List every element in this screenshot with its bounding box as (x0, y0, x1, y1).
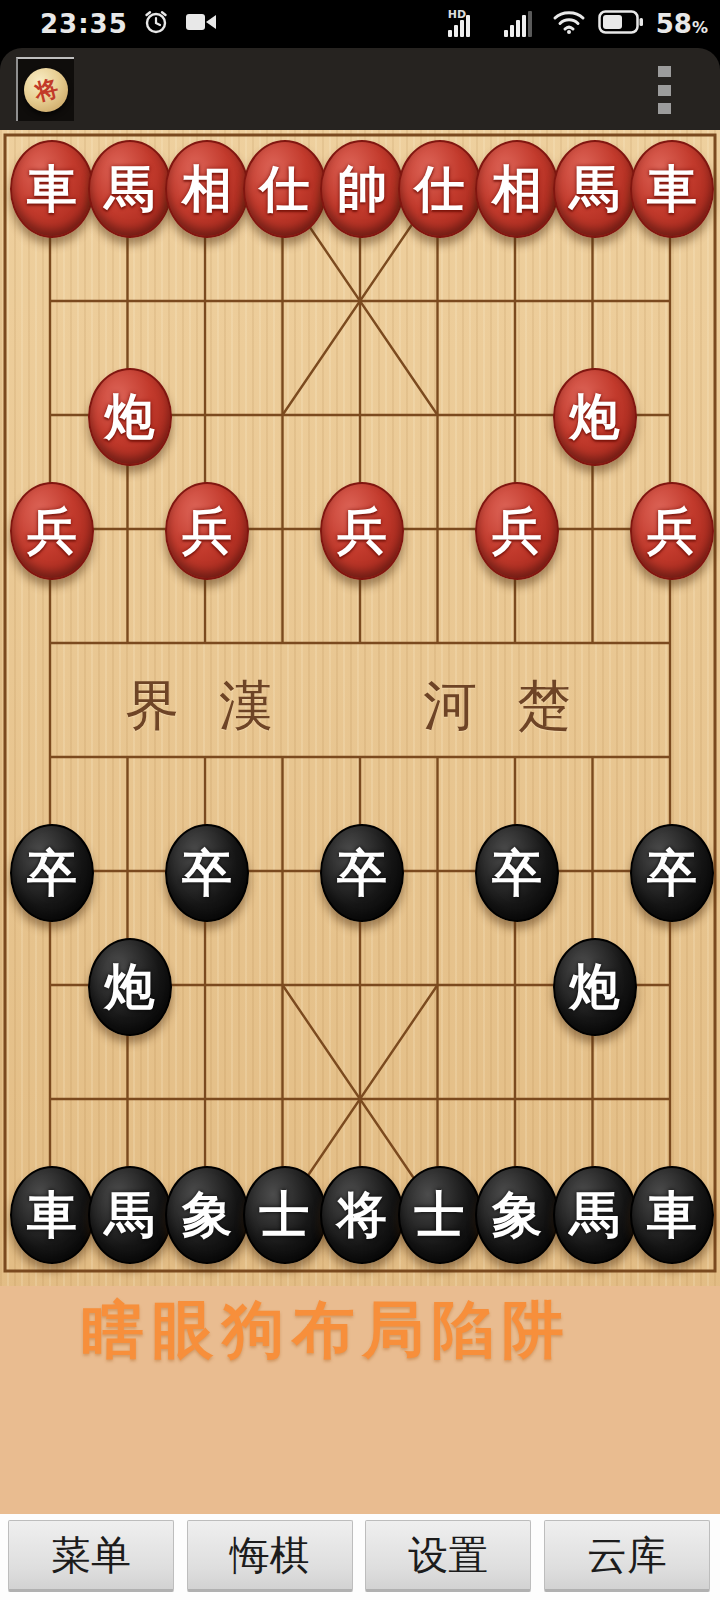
piece-red-仕[interactable]: 仕 (243, 140, 327, 238)
river-label-han: 漢 (214, 674, 278, 738)
battery-percent: 58% (656, 9, 708, 39)
piece-black-卒[interactable]: 卒 (320, 824, 404, 922)
menu-button[interactable]: 菜单 (8, 1520, 174, 1592)
xiangqi-board[interactable]: 界 漢 河 楚 車馬相仕帥仕相馬車炮炮兵兵兵兵兵卒卒卒卒卒炮炮車馬象士将士象馬車 (0, 130, 720, 1286)
piece-black-卒[interactable]: 卒 (165, 824, 249, 922)
board-grid-lines (0, 130, 720, 1286)
piece-red-兵[interactable]: 兵 (320, 482, 404, 580)
alarm-clock-icon (142, 8, 170, 40)
clock-time: 23:35 (40, 9, 128, 39)
piece-red-車[interactable]: 車 (630, 140, 714, 238)
video-camera-icon (184, 9, 218, 39)
river-label-he: 河 (418, 674, 482, 738)
app-bar: 将 (0, 48, 720, 130)
piece-black-炮[interactable]: 炮 (88, 938, 172, 1036)
cloud-library-button[interactable]: 云库 (544, 1520, 710, 1592)
bottom-toolbar: 菜单 悔棋 设置 云库 (0, 1514, 720, 1600)
piece-black-馬[interactable]: 馬 (88, 1166, 172, 1264)
piece-red-仕[interactable]: 仕 (398, 140, 482, 238)
overflow-menu-icon[interactable] (658, 66, 672, 114)
piece-black-卒[interactable]: 卒 (630, 824, 714, 922)
caption-area: 瞎眼狗布局陷阱 (0, 1286, 720, 1514)
piece-black-将[interactable]: 将 (320, 1166, 404, 1264)
piece-red-相[interactable]: 相 (165, 140, 249, 238)
undo-move-button[interactable]: 悔棋 (187, 1520, 353, 1592)
piece-black-卒[interactable]: 卒 (10, 824, 94, 922)
status-bar: 23:35 HD (0, 0, 720, 48)
piece-black-卒[interactable]: 卒 (475, 824, 559, 922)
piece-black-象[interactable]: 象 (475, 1166, 559, 1264)
xiangqi-piece-thumbnail: 将 (24, 68, 68, 112)
battery-icon (598, 9, 644, 39)
piece-black-車[interactable]: 車 (10, 1166, 94, 1264)
piece-red-兵[interactable]: 兵 (630, 482, 714, 580)
piece-black-馬[interactable]: 馬 (553, 1166, 637, 1264)
app-launcher-icon[interactable]: 将 (16, 57, 74, 121)
piece-red-炮[interactable]: 炮 (553, 368, 637, 466)
piece-black-士[interactable]: 士 (398, 1166, 482, 1264)
piece-red-馬[interactable]: 馬 (88, 140, 172, 238)
piece-red-炮[interactable]: 炮 (88, 368, 172, 466)
phone-screen: 23:35 HD (0, 0, 720, 1600)
piece-red-兵[interactable]: 兵 (475, 482, 559, 580)
piece-black-車[interactable]: 車 (630, 1166, 714, 1264)
cell-signal-icon-sim1: HD (448, 9, 492, 39)
piece-red-兵[interactable]: 兵 (165, 482, 249, 580)
cell-signal-icon-sim2 (504, 9, 540, 39)
piece-black-象[interactable]: 象 (165, 1166, 249, 1264)
piece-black-炮[interactable]: 炮 (553, 938, 637, 1036)
piece-red-帥[interactable]: 帥 (320, 140, 404, 238)
piece-red-相[interactable]: 相 (475, 140, 559, 238)
river-label-jie: 界 (120, 674, 184, 738)
piece-red-兵[interactable]: 兵 (10, 482, 94, 580)
piece-red-車[interactable]: 車 (10, 140, 94, 238)
river-label-chu: 楚 (512, 674, 576, 738)
settings-button[interactable]: 设置 (365, 1520, 531, 1592)
opening-title-text: 瞎眼狗布局陷阱 (82, 1288, 572, 1372)
wifi-icon (552, 8, 586, 40)
piece-black-士[interactable]: 士 (243, 1166, 327, 1264)
piece-red-馬[interactable]: 馬 (553, 140, 637, 238)
